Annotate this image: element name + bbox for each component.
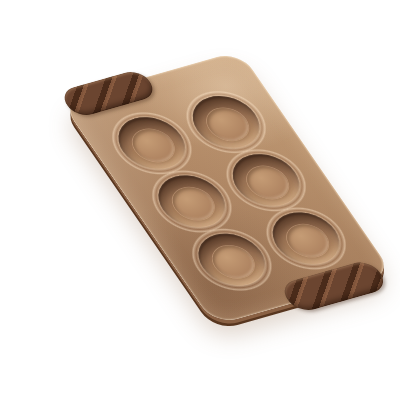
cup-bottom-surface: [279, 220, 335, 261]
cup-bottom-surface: [199, 104, 255, 145]
cup-well: [106, 110, 197, 176]
muffin-pan: [61, 50, 394, 325]
cup-bottom-surface: [165, 183, 221, 224]
cup-bottom-surface: [239, 162, 295, 203]
cup-bottom-surface: [205, 242, 261, 283]
cup-well: [220, 147, 311, 213]
product-photo-background: [0, 0, 400, 400]
cup-well: [260, 206, 351, 272]
cup-well: [146, 169, 237, 235]
cup-well: [180, 89, 271, 155]
cup-well: [186, 227, 277, 293]
cup-bottom-surface: [125, 125, 181, 166]
